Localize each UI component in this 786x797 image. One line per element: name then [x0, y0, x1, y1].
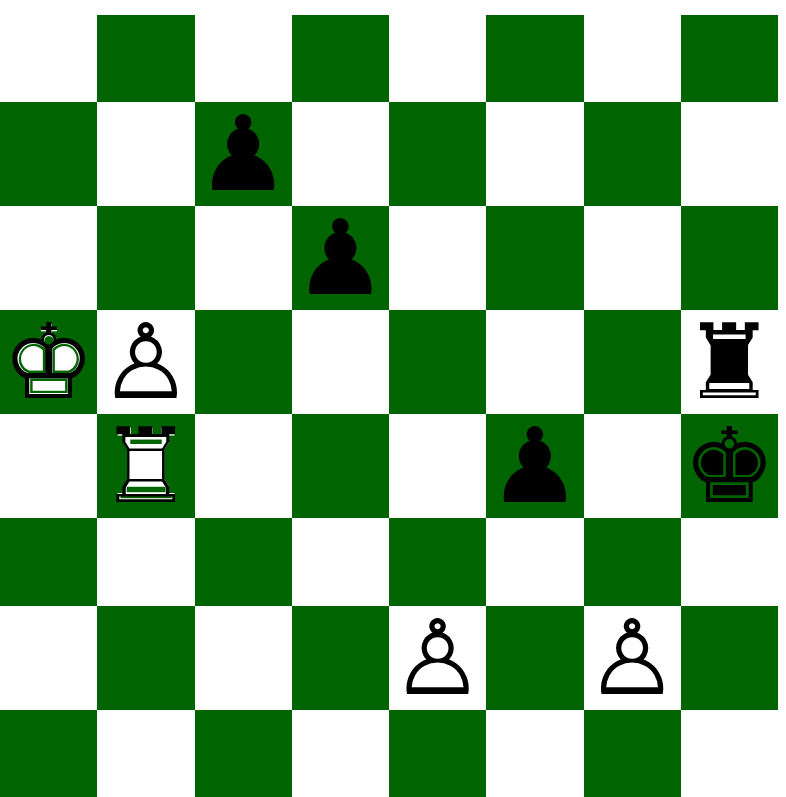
square-b5[interactable]: ♟♙: [97, 310, 194, 414]
square-a5[interactable]: ♚♔: [0, 310, 97, 414]
black-king[interactable]: ♚: [681, 414, 778, 518]
square-c8[interactable]: [195, 15, 292, 102]
square-f5[interactable]: [486, 310, 583, 414]
black-pawn-glyph: ♟: [197, 102, 290, 206]
square-c6[interactable]: [195, 206, 292, 310]
square-f3[interactable]: [486, 518, 583, 605]
square-c7[interactable]: ♟: [195, 102, 292, 206]
square-h8[interactable]: [681, 15, 778, 102]
square-c2[interactable]: [195, 606, 292, 710]
black-pawn-glyph: ♟: [294, 206, 387, 310]
black-pawn[interactable]: ♟: [486, 414, 583, 518]
square-g5[interactable]: [584, 310, 681, 414]
black-pawn[interactable]: ♟: [292, 206, 389, 310]
square-d6[interactable]: ♟: [292, 206, 389, 310]
square-b2[interactable]: [97, 606, 194, 710]
square-g1[interactable]: [584, 710, 681, 797]
black-king-glyph: ♚: [683, 414, 776, 518]
square-e2[interactable]: ♟♙: [389, 606, 486, 710]
black-pawn-glyph: ♟: [488, 414, 581, 518]
square-b1[interactable]: [97, 710, 194, 797]
square-g7[interactable]: [584, 102, 681, 206]
square-c3[interactable]: [195, 518, 292, 605]
square-e6[interactable]: [389, 206, 486, 310]
square-c1[interactable]: [195, 710, 292, 797]
square-d3[interactable]: [292, 518, 389, 605]
square-f2[interactable]: [486, 606, 583, 710]
square-a8[interactable]: [0, 15, 97, 102]
white-pawn[interactable]: ♟♙: [584, 606, 681, 710]
white-pawn-glyph: ♙: [99, 310, 192, 414]
black-pawn[interactable]: ♟: [195, 102, 292, 206]
square-a1[interactable]: [0, 710, 97, 797]
square-b4[interactable]: ♜♖: [97, 414, 194, 518]
square-b3[interactable]: [97, 518, 194, 605]
white-rook-glyph: ♖: [99, 414, 192, 518]
square-d2[interactable]: [292, 606, 389, 710]
square-e1[interactable]: [389, 710, 486, 797]
square-a3[interactable]: [0, 518, 97, 605]
square-f1[interactable]: [486, 710, 583, 797]
white-king-glyph: ♔: [2, 310, 95, 414]
square-f4[interactable]: ♟: [486, 414, 583, 518]
square-g8[interactable]: [584, 15, 681, 102]
white-pawn-glyph: ♙: [586, 606, 679, 710]
white-king[interactable]: ♚♔: [0, 310, 97, 414]
square-e8[interactable]: [389, 15, 486, 102]
square-g2[interactable]: ♟♙: [584, 606, 681, 710]
square-g4[interactable]: [584, 414, 681, 518]
square-d7[interactable]: [292, 102, 389, 206]
square-h7[interactable]: [681, 102, 778, 206]
chess-board: ♟♟♚♔♟♙♜♜♖♟♚♟♙♟♙: [0, 15, 778, 797]
square-d1[interactable]: [292, 710, 389, 797]
square-a6[interactable]: [0, 206, 97, 310]
square-b7[interactable]: [97, 102, 194, 206]
square-c5[interactable]: [195, 310, 292, 414]
square-a4[interactable]: [0, 414, 97, 518]
square-d5[interactable]: [292, 310, 389, 414]
square-a2[interactable]: [0, 606, 97, 710]
square-c4[interactable]: [195, 414, 292, 518]
square-e5[interactable]: [389, 310, 486, 414]
square-h5[interactable]: ♜: [681, 310, 778, 414]
square-a7[interactable]: [0, 102, 97, 206]
square-h1[interactable]: [681, 710, 778, 797]
square-b8[interactable]: [97, 15, 194, 102]
square-e4[interactable]: [389, 414, 486, 518]
white-rook[interactable]: ♜♖: [97, 414, 194, 518]
square-g6[interactable]: [584, 206, 681, 310]
square-h4[interactable]: ♚: [681, 414, 778, 518]
square-h2[interactable]: [681, 606, 778, 710]
square-d8[interactable]: [292, 15, 389, 102]
square-h6[interactable]: [681, 206, 778, 310]
square-d4[interactable]: [292, 414, 389, 518]
square-e7[interactable]: [389, 102, 486, 206]
square-h3[interactable]: [681, 518, 778, 605]
page: ♟♟♚♔♟♙♜♜♖♟♚♟♙♟♙: [0, 0, 786, 797]
square-g3[interactable]: [584, 518, 681, 605]
square-f7[interactable]: [486, 102, 583, 206]
white-pawn[interactable]: ♟♙: [389, 606, 486, 710]
white-pawn[interactable]: ♟♙: [97, 310, 194, 414]
square-f8[interactable]: [486, 15, 583, 102]
square-b6[interactable]: [97, 206, 194, 310]
square-f6[interactable]: [486, 206, 583, 310]
square-e3[interactable]: [389, 518, 486, 605]
black-rook-glyph: ♜: [683, 310, 776, 414]
black-rook[interactable]: ♜: [681, 310, 778, 414]
white-pawn-glyph: ♙: [391, 606, 484, 710]
